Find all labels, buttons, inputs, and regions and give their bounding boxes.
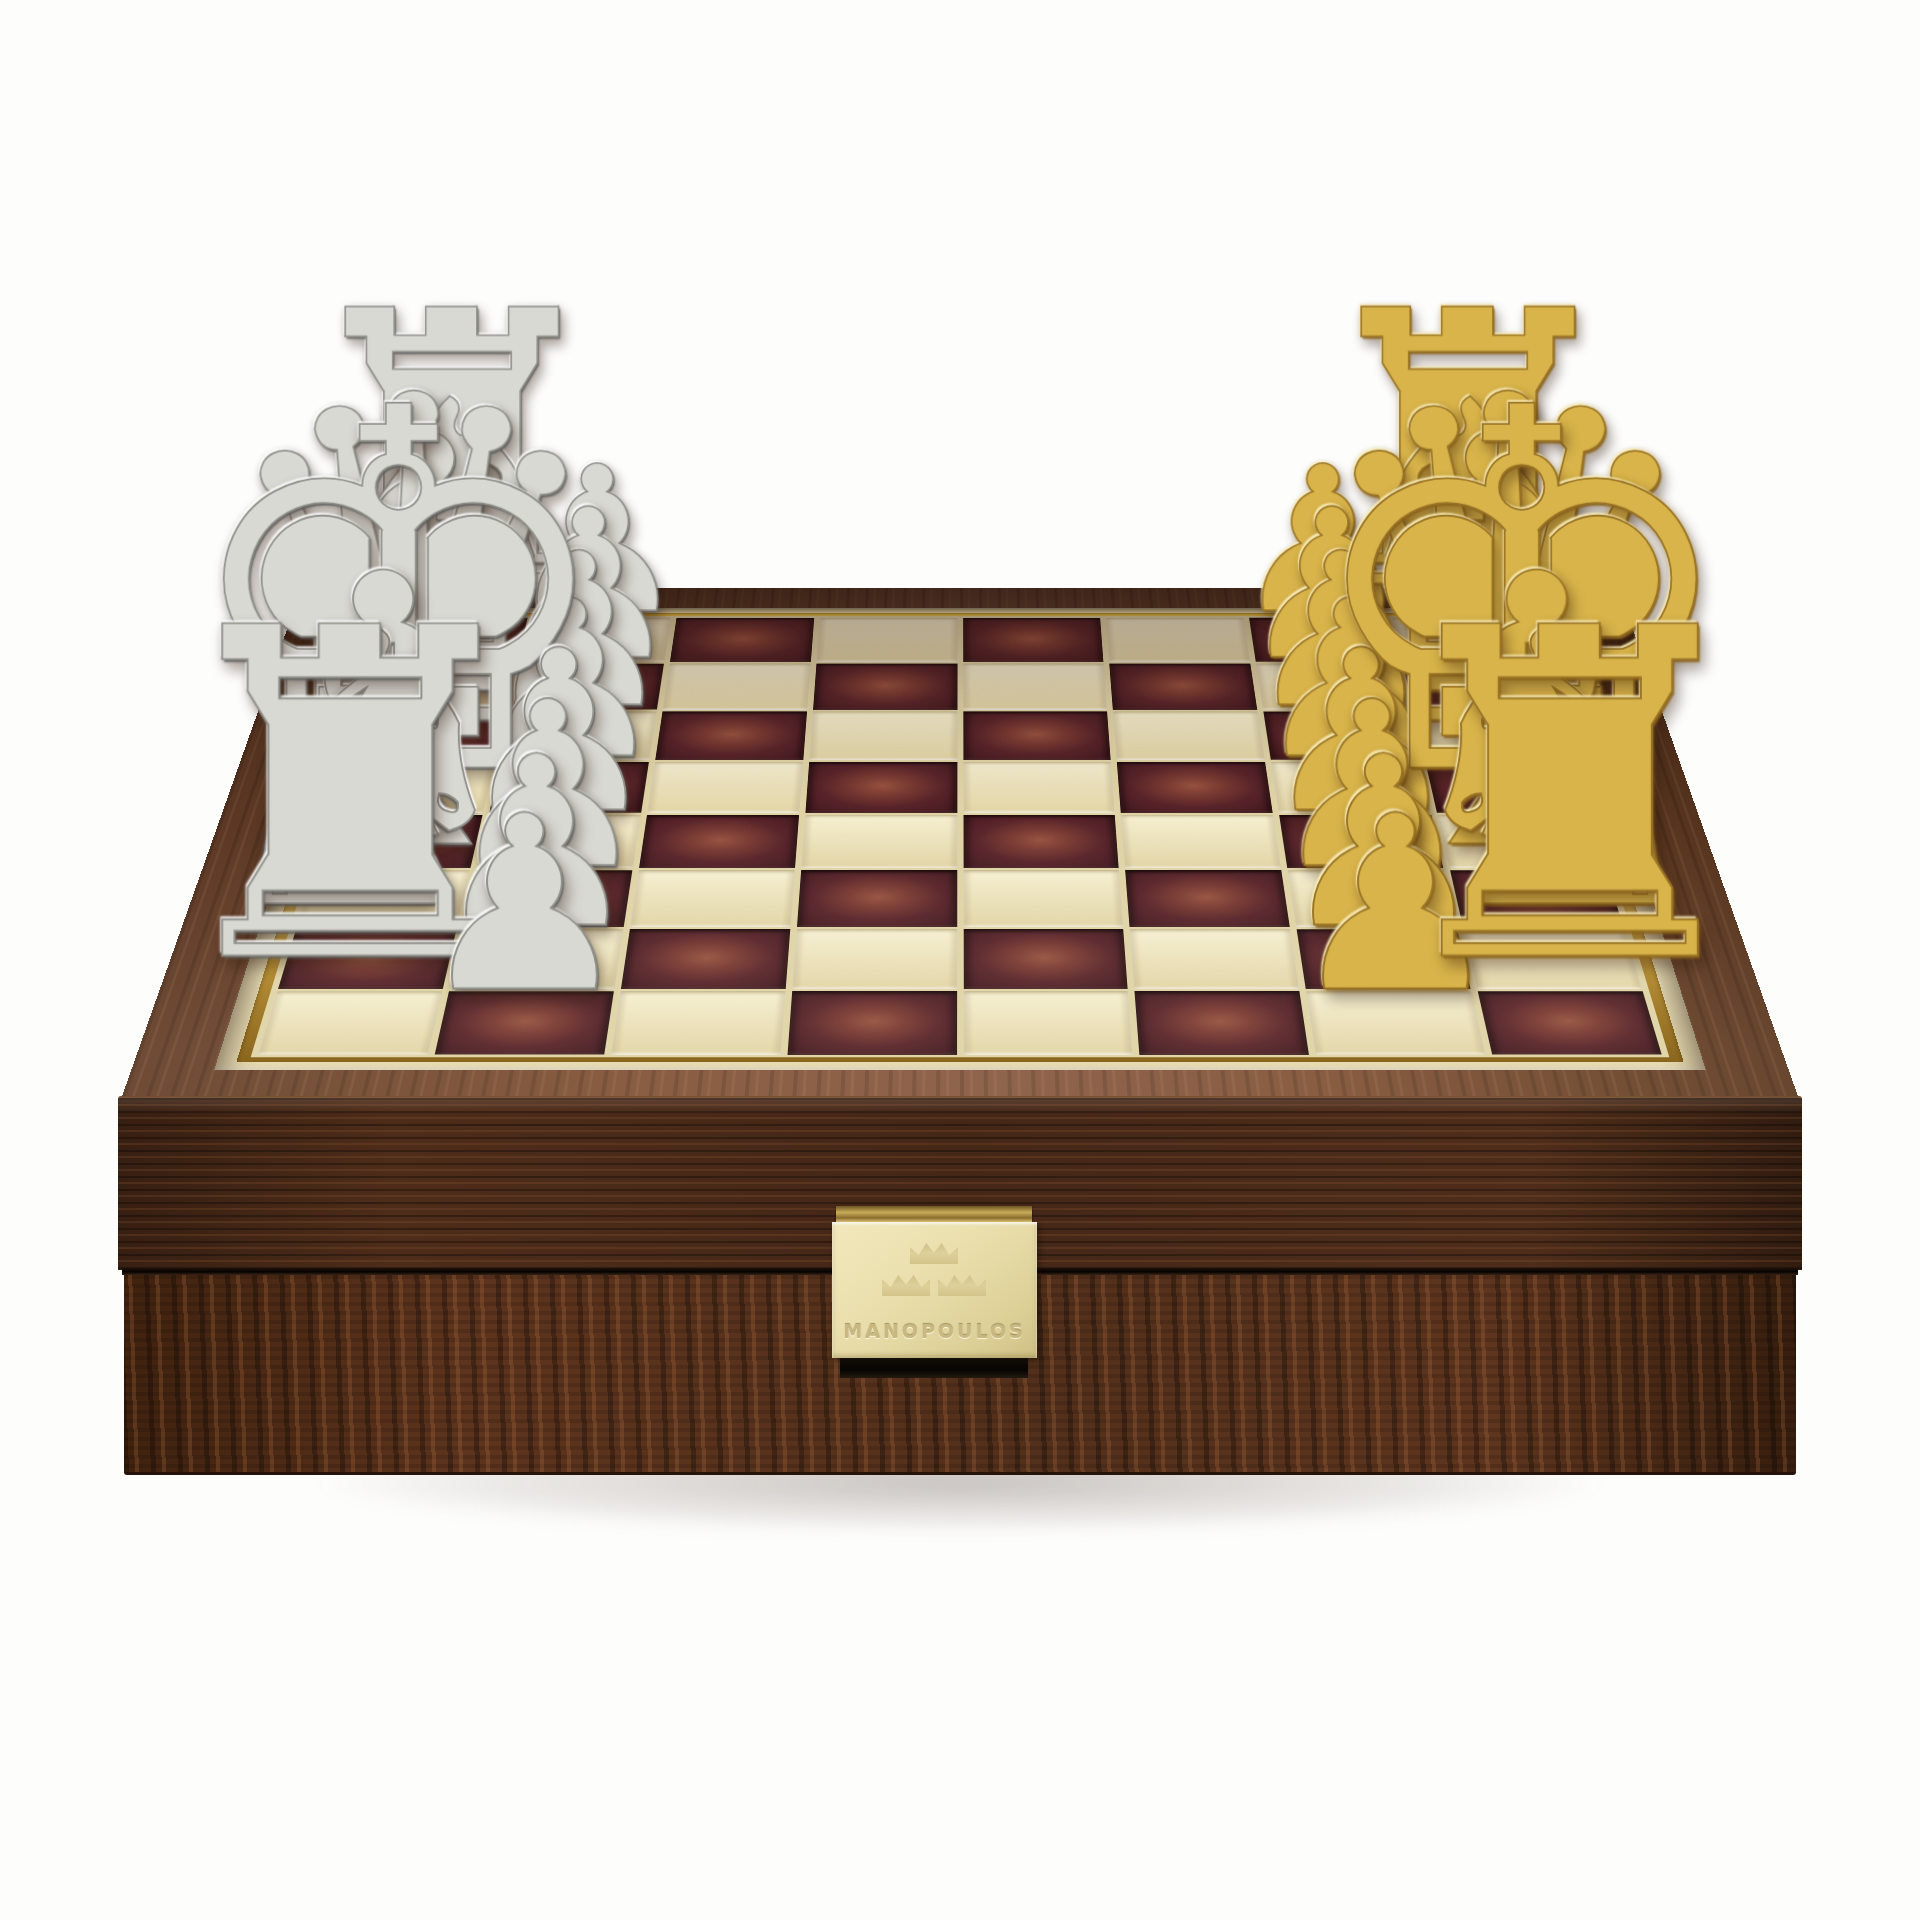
box-clasp: MANOPOULOS: [832, 1206, 1037, 1378]
square-g4[interactable]: [792, 929, 957, 989]
board-gold-trim: ♜♟♟♜♞♟♟♞♝♟♟♝♛♟♟♛♚♟♟♚♝♟♟♝♞♟♟♞♜♟♟♜: [236, 613, 1683, 1062]
square-g3[interactable]: [621, 929, 790, 989]
manopoulos-crowns-logo: [832, 1240, 1037, 1302]
board-mat-border: ♜♟♟♜♞♟♟♞♝♟♟♝♛♟♟♛♚♟♟♚♝♟♟♝♞♟♟♞♜♟♟♜: [214, 608, 1705, 1070]
square-d5[interactable]: [963, 762, 1115, 813]
clasp-plate: MANOPOULOS: [832, 1222, 1037, 1358]
square-h2[interactable]: ♟: [435, 991, 614, 1054]
square-d6[interactable]: [1117, 762, 1273, 813]
square-e6[interactable]: [1121, 815, 1281, 869]
piece-gold-rook-h8[interactable]: ♜: [1365, 571, 1773, 1026]
square-c4[interactable]: [809, 711, 957, 759]
brand-text: MANOPOULOS: [832, 1320, 1037, 1342]
square-a4[interactable]: [816, 618, 957, 662]
photo-canvas: ♜♟♟♜♞♟♟♞♝♟♟♝♛♟♟♛♚♟♟♚♝♟♟♝♞♟♟♞♜♟♟♜ MANOPOU…: [0, 0, 1920, 1920]
square-e4[interactable]: [801, 815, 957, 869]
square-b5[interactable]: [963, 663, 1107, 709]
square-g5[interactable]: [963, 929, 1128, 989]
square-f6[interactable]: [1126, 870, 1290, 926]
square-b3[interactable]: [663, 663, 811, 709]
square-h1[interactable]: ♜: [258, 991, 442, 1054]
square-e3[interactable]: [639, 815, 799, 869]
square-c5[interactable]: [963, 711, 1111, 759]
square-a5[interactable]: [963, 618, 1104, 662]
square-d3[interactable]: [647, 762, 803, 813]
box-lid-top-frame: ♜♟♟♜♞♟♟♞♝♟♟♝♛♟♟♛♚♟♟♚♝♟♟♝♞♟♟♞♜♟♟♜: [120, 588, 1800, 1102]
square-g6[interactable]: [1130, 929, 1299, 989]
square-h5[interactable]: [963, 991, 1133, 1054]
square-h8[interactable]: ♜: [1478, 991, 1662, 1054]
square-c3[interactable]: [655, 711, 807, 759]
square-a6[interactable]: [1106, 618, 1250, 662]
square-h4[interactable]: [787, 991, 957, 1054]
square-d4[interactable]: [805, 762, 957, 813]
crown-icon: [938, 1272, 986, 1296]
square-h3[interactable]: [611, 991, 785, 1054]
chess-board: ♜♟♟♜♞♟♟♞♝♟♟♝♛♟♟♛♚♟♟♚♝♟♟♝♞♟♟♞♜♟♟♜: [251, 616, 1670, 1057]
square-h6[interactable]: [1135, 991, 1309, 1054]
square-e5[interactable]: [963, 815, 1119, 869]
crown-icon: [910, 1240, 958, 1264]
crown-icon: [882, 1272, 930, 1296]
square-c6[interactable]: [1113, 711, 1265, 759]
square-a3[interactable]: [670, 618, 814, 662]
board-plane: ♜♟♟♜♞♟♟♞♝♟♟♝♛♟♟♛♚♟♟♚♝♟♟♝♞♟♟♞♜♟♟♜: [120, 588, 1800, 1102]
square-f5[interactable]: [963, 870, 1123, 926]
square-b4[interactable]: [813, 663, 957, 709]
clasp-hinge: [836, 1206, 1032, 1222]
clasp-keeper-shadow: [840, 1358, 1028, 1378]
square-f3[interactable]: [630, 870, 794, 926]
square-f4[interactable]: [797, 870, 957, 926]
piece-silver-pawn-h2[interactable]: ♟: [416, 784, 633, 1026]
square-b6[interactable]: [1110, 663, 1258, 709]
